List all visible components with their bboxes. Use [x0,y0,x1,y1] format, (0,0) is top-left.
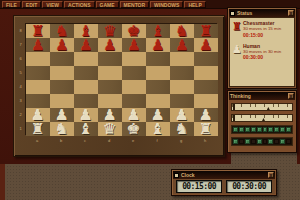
square-h3[interactable] [194,94,218,108]
thinking-body [229,100,295,151]
clock-display-chessmaster: 00:15:00 [176,180,222,193]
square-b1[interactable]: ♞ [50,122,74,136]
white-pawn: ♟ [199,108,212,123]
thinking-title-bar[interactable]: Thinking x [229,92,295,100]
player-row-human: ♟ Human 30 moves in 30 min 00:30:00 [232,43,292,61]
square-g2[interactable]: ♟ [170,108,194,122]
square-g4[interactable] [170,80,194,94]
square-a7[interactable]: ♟ [26,38,50,52]
red-pawn: ♟ [103,38,116,53]
square-g8[interactable]: ♞ [170,24,194,38]
square-e1[interactable]: ♚ [122,122,146,136]
square-c5[interactable] [74,66,98,80]
red-bishop: ♝ [79,24,92,39]
square-f6[interactable] [146,52,170,66]
thinking-panel: Thinking x [227,90,297,153]
square-d4[interactable] [98,80,122,94]
square-g5[interactable] [170,66,194,80]
file-label-f: f [145,136,169,144]
square-c4[interactable] [74,80,98,94]
white-bishop: ♝ [151,122,164,137]
square-b4[interactable] [50,80,74,94]
rank-label-3: 3 [17,93,24,107]
square-e5[interactable] [122,66,146,80]
led-on [280,127,285,132]
white-pawn: ♟ [103,108,116,123]
square-a4[interactable] [26,80,50,94]
square-d7[interactable]: ♟ [98,38,122,52]
white-pawn: ♟ [175,108,188,123]
led-on [257,139,262,144]
square-a6[interactable] [26,52,50,66]
led-on [263,127,268,132]
status-title: Status [237,9,286,17]
led-on [239,127,244,132]
square-h4[interactable] [194,80,218,94]
clock-body: 00:15:00 00:30:00 [173,179,275,194]
square-h7[interactable]: ♟ [194,38,218,52]
file-labels: abcdefgh [25,136,217,144]
board-grid: ♜♞♝♛♚♝♞♜♟♟♟♟♟♟♟♟♟♟♟♟♟♟♟♟♜♞♝♛♚♝♞♜ [25,23,217,135]
led-on [245,127,250,132]
red-pawn: ♟ [79,38,92,53]
file-label-h: h [193,136,217,144]
menu-view[interactable]: VIEW [42,1,63,8]
red-king: ♚ [127,24,140,39]
red-pawn: ♟ [199,38,212,53]
square-g7[interactable]: ♟ [170,38,194,52]
thinking-depth-ruler-2 [231,114,293,122]
led-on [245,139,250,144]
square-c1[interactable]: ♝ [74,122,98,136]
white-king: ♚ [127,122,140,137]
led-off [274,139,279,144]
red-pawn: ♟ [151,38,164,53]
status-system-menu-icon[interactable] [230,11,235,16]
red-pawn: ♟ [31,38,44,53]
led-on [233,139,238,144]
square-h6[interactable] [194,52,218,66]
square-g1[interactable]: ♞ [170,122,194,136]
white-rook: ♜ [199,122,212,137]
square-b7[interactable]: ♟ [50,38,74,52]
window-edge-right [297,9,300,164]
square-a2[interactable]: ♟ [26,108,50,122]
red-bishop: ♝ [151,24,164,39]
menu-help[interactable]: HELP [184,1,205,8]
clock-system-menu-icon[interactable] [174,173,179,178]
white-pawn: ♟ [79,108,92,123]
led-off [263,139,268,144]
square-h5[interactable] [194,66,218,80]
white-rook: ♜ [31,122,44,137]
square-e4[interactable] [122,80,146,94]
thinking-depth-ruler-1 [231,103,293,111]
square-b3[interactable] [50,94,74,108]
white-pawn: ♟ [31,108,44,123]
ruler-pointer [267,107,270,110]
led-on [257,127,262,132]
ruler-pointer [262,118,265,121]
clock-display-human: 00:30:00 [226,180,272,193]
square-d1[interactable]: ♛ [98,122,122,136]
file-label-e: e [121,136,145,144]
led-on [268,139,273,144]
red-knight: ♞ [175,24,188,39]
square-a3[interactable] [26,94,50,108]
square-b5[interactable] [50,66,74,80]
menu-windows[interactable]: WINDOWS [150,1,183,8]
thinking-led-row-1 [231,125,293,134]
clock-panel: Clock x 00:15:00 00:30:00 [171,169,277,196]
led-on [274,127,279,132]
menu-game[interactable]: GAME [96,1,119,8]
led-on [280,139,285,144]
rank-label-4: 4 [17,79,24,93]
square-b2[interactable]: ♟ [50,108,74,122]
square-d3[interactable] [98,94,122,108]
square-f3[interactable] [146,94,170,108]
chessmaster-window: FILEEDITVIEWACTIONSGAMEMENTORWINDOWSHELP… [0,0,300,200]
square-d2[interactable]: ♟ [98,108,122,122]
file-label-a: a [25,136,49,144]
square-f7[interactable]: ♟ [146,38,170,52]
menu-actions[interactable]: ACTIONS [64,1,95,8]
red-rook: ♜ [199,24,212,39]
thinking-title: Thinking [230,92,286,100]
square-e8[interactable]: ♚ [122,24,146,38]
player-row-chessmaster: ♜ Chessmaster 30 moves in 15 min 00:15:0… [232,20,292,38]
square-g6[interactable] [170,52,194,66]
square-a5[interactable] [26,66,50,80]
rank-label-7: 7 [17,37,24,51]
board-backdrop: 87654321 ♜♞♝♛♚♝♞♜♟♟♟♟♟♟♟♟♟♟♟♟♟♟♟♟♜♞♝♛♚♝♞… [0,9,231,164]
square-c2[interactable]: ♟ [74,108,98,122]
square-a8[interactable]: ♜ [26,24,50,38]
led-off [286,139,291,144]
square-h1[interactable]: ♜ [194,122,218,136]
led-on [268,127,273,132]
square-f8[interactable]: ♝ [146,24,170,38]
clock-close-icon[interactable]: x [268,172,274,178]
square-c7[interactable]: ♟ [74,38,98,52]
led-off [239,139,244,144]
square-e7[interactable]: ♟ [122,38,146,52]
square-g3[interactable] [170,94,194,108]
square-d8[interactable]: ♛ [98,24,122,38]
white-knight: ♞ [55,122,68,137]
clock-title-bar[interactable]: Clock x [173,171,275,179]
rank-label-6: 6 [17,51,24,65]
square-f5[interactable] [146,66,170,80]
status-panel: Status x ♜ Chessmaster 30 moves in 15 mi… [227,7,297,89]
white-pawn: ♟ [127,108,140,123]
rank-label-2: 2 [17,107,24,121]
white-queen: ♛ [103,122,116,137]
square-a1[interactable]: ♜ [26,122,50,136]
square-f4[interactable] [146,80,170,94]
status-title-bar[interactable]: Status x [229,9,295,17]
status-close-icon[interactable]: x [288,10,294,16]
player-time-remaining: 00:30:00 [243,54,292,60]
file-label-g: g [169,136,193,144]
white-bishop: ♝ [79,122,92,137]
rank-label-5: 5 [17,65,24,79]
led-on [286,127,291,132]
clock-title: Clock [181,171,266,179]
square-e6[interactable] [122,52,146,66]
file-label-d: d [97,136,121,144]
square-f2[interactable]: ♟ [146,108,170,122]
red-pawn: ♟ [55,38,68,53]
menu-mentor[interactable]: MENTOR [120,1,150,8]
window-edge-left [0,164,5,200]
red-pawn: ♟ [175,38,188,53]
status-body: ♜ Chessmaster 30 moves in 15 min 00:15:0… [229,17,295,87]
thinking-led-row-2 [231,137,293,146]
white-pawn: ♟ [151,108,164,123]
square-h8[interactable]: ♜ [194,24,218,38]
square-c6[interactable] [74,52,98,66]
player-time-remaining: 00:15:00 [243,32,292,38]
square-e2[interactable]: ♟ [122,108,146,122]
red-rook-icon: ♜ [232,20,241,38]
menu-edit[interactable]: EDIT [22,1,41,8]
file-label-b: b [49,136,73,144]
red-rook: ♜ [31,24,44,39]
square-h2[interactable]: ♟ [194,108,218,122]
file-label-c: c [73,136,97,144]
led-on [233,127,238,132]
led-off [251,139,256,144]
red-pawn: ♟ [127,38,140,53]
white-pawn: ♟ [55,108,68,123]
square-d6[interactable] [98,52,122,66]
rank-labels: 87654321 [17,23,24,135]
square-b8[interactable]: ♞ [50,24,74,38]
rank-label-8: 8 [17,23,24,37]
white-pawn-icon: ♟ [232,43,241,61]
square-e3[interactable] [122,94,146,108]
chess-board: 87654321 ♜♞♝♛♚♝♞♜♟♟♟♟♟♟♟♟♟♟♟♟♟♟♟♟♜♞♝♛♚♝♞… [13,15,225,157]
menu-file[interactable]: FILE [2,1,21,8]
red-knight: ♞ [55,24,68,39]
led-on [251,127,256,132]
rank-label-1: 1 [17,121,24,135]
square-c8[interactable]: ♝ [74,24,98,38]
red-queen: ♛ [103,24,116,39]
square-f1[interactable]: ♝ [146,122,170,136]
square-d5[interactable] [98,66,122,80]
white-knight: ♞ [175,122,188,137]
square-b6[interactable] [50,52,74,66]
square-c3[interactable] [74,94,98,108]
thinking-close-icon[interactable]: x [288,93,294,99]
